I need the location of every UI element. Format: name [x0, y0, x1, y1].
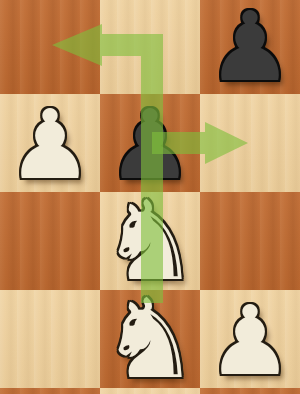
- board-square-r2c0[interactable]: [0, 192, 100, 290]
- white-pawn[interactable]: ♟: [207, 293, 293, 389]
- board-square-r3c2[interactable]: ♟: [200, 290, 300, 388]
- board-square-r1c0[interactable]: ♟: [0, 94, 100, 192]
- black-pawn[interactable]: ♟: [207, 0, 293, 95]
- chess-board-viewport: ♟♟♟♞♞♟: [0, 0, 300, 394]
- white-knight[interactable]: ♞: [101, 284, 200, 394]
- board-square-r1c2[interactable]: [200, 94, 300, 192]
- board-square-r4c0[interactable]: [0, 388, 100, 394]
- board-square-r4c1[interactable]: [100, 388, 200, 394]
- white-pawn[interactable]: ♟: [7, 97, 93, 193]
- board-square-r3c1[interactable]: ♞: [100, 290, 200, 388]
- board-square-r4c2[interactable]: [200, 388, 300, 394]
- board: ♟♟♟♞♞♟: [0, 0, 300, 394]
- board-square-r0c2[interactable]: ♟: [200, 0, 300, 94]
- board-square-r0c0[interactable]: [0, 0, 100, 94]
- board-square-r0c1[interactable]: [100, 0, 200, 94]
- board-square-r2c2[interactable]: [200, 192, 300, 290]
- board-square-r3c0[interactable]: [0, 290, 100, 388]
